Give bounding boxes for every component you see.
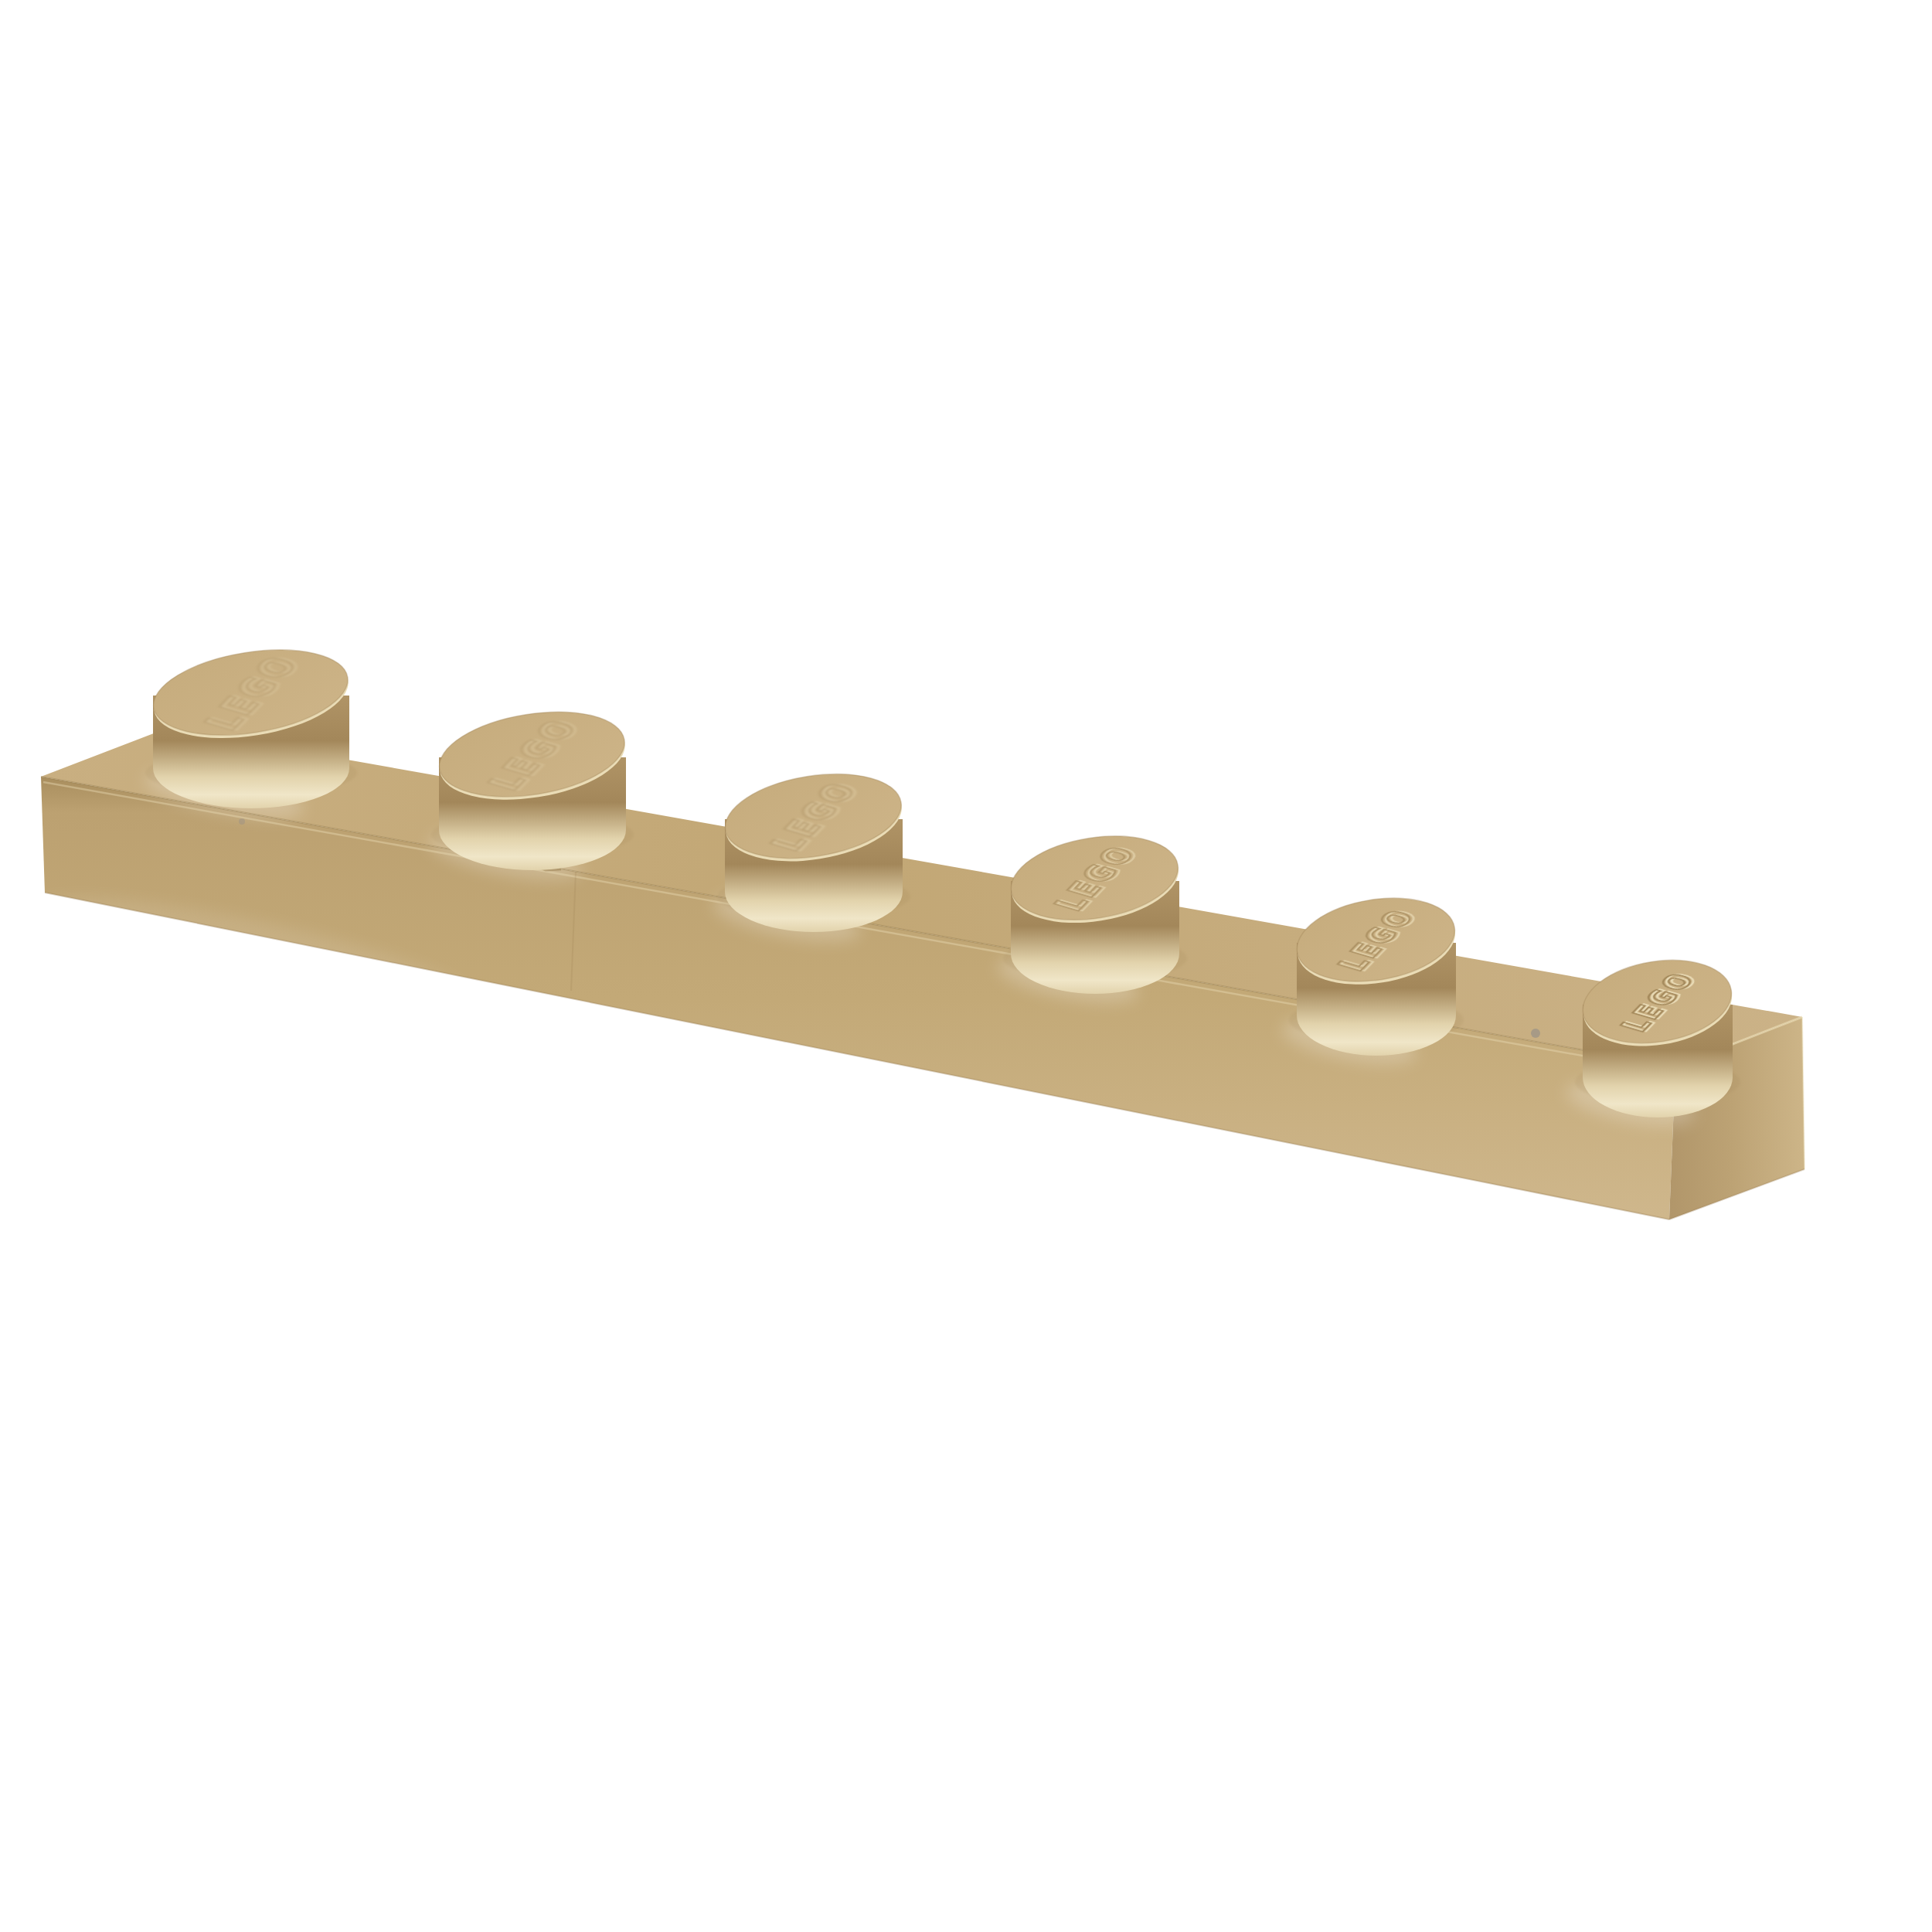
lego-plate-photo: LEGOLEGOLEGOLEGOLEGOLEGOLEGOLEGOLEGOLEGO…	[0, 0, 1932, 1932]
speck-right	[1531, 1029, 1540, 1038]
speck-left	[239, 818, 245, 825]
photo-stage: LEGOLEGOLEGOLEGOLEGOLEGOLEGOLEGOLEGOLEGO…	[0, 0, 1932, 1932]
